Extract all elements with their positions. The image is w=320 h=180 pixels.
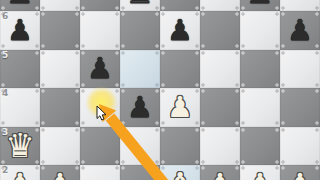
square-f7[interactable]	[200, 0, 240, 11]
square-g7[interactable]: ♜	[240, 0, 280, 11]
black-pawn-d4[interactable]: ♟	[127, 93, 153, 122]
square-g3[interactable]	[240, 127, 280, 166]
square-d7[interactable]: ♜	[120, 0, 160, 11]
square-e4[interactable]: ♟	[160, 88, 200, 127]
square-d4[interactable]: ♟	[120, 88, 160, 127]
square-g2[interactable]: ♟	[240, 165, 280, 180]
white-pawn-g2[interactable]: ♟	[247, 170, 273, 180]
square-b6[interactable]	[40, 11, 80, 50]
black-pawn-c5[interactable]: ♟	[87, 54, 113, 83]
square-c5[interactable]: ♟	[80, 50, 120, 89]
square-f5[interactable]	[200, 50, 240, 89]
square-e7[interactable]	[160, 0, 200, 11]
square-f2[interactable]: ♟	[200, 165, 240, 180]
square-h2[interactable]: ♟	[280, 165, 320, 180]
black-unknown-tall-piece-g7[interactable]: ♜	[245, 0, 275, 8]
black-pawn-a6[interactable]: ♟	[7, 16, 33, 45]
square-b7[interactable]	[40, 0, 80, 11]
square-a2[interactable]: 2♟	[0, 165, 40, 180]
square-h3[interactable]	[280, 127, 320, 166]
square-d6[interactable]	[120, 11, 160, 50]
black-pawn-e6[interactable]: ♟	[167, 16, 193, 45]
square-c3[interactable]	[80, 127, 120, 166]
white-pawn-e4[interactable]: ♟	[167, 93, 193, 122]
rank-label-2: 2	[2, 165, 8, 175]
black-pawn-h6[interactable]: ♟	[287, 16, 313, 45]
square-b2[interactable]: ♟	[40, 165, 80, 180]
black-unknown-tall-piece-d7[interactable]: ♜	[125, 0, 155, 8]
square-f6[interactable]	[200, 11, 240, 50]
chess-board-screenshot: ♜♜♜6♟♟♟5♟4♟♟3♛2♟♟♝♟♟♟	[0, 0, 320, 180]
square-h5[interactable]	[280, 50, 320, 89]
white-pawn-a2[interactable]: ♟	[7, 170, 33, 180]
white-bishop-e2[interactable]: ♝	[165, 168, 195, 180]
square-f4[interactable]	[200, 88, 240, 127]
rank-label-6: 6	[2, 11, 8, 21]
black-unknown-tall-piece-a7[interactable]: ♜	[5, 0, 35, 8]
rank-label-3: 3	[2, 127, 8, 137]
square-h7[interactable]	[280, 0, 320, 11]
square-a6[interactable]: 6♟	[0, 11, 40, 50]
square-a5[interactable]: 5	[0, 50, 40, 89]
square-d3[interactable]	[120, 127, 160, 166]
chess-board: ♜♜♜6♟♟♟5♟4♟♟3♛2♟♟♝♟♟♟	[0, 0, 320, 180]
square-c4[interactable]	[80, 88, 120, 127]
rank-label-4: 4	[2, 88, 8, 98]
square-h6[interactable]: ♟	[280, 11, 320, 50]
square-e5[interactable]	[160, 50, 200, 89]
square-c6[interactable]	[80, 11, 120, 50]
square-a7[interactable]: ♜	[0, 0, 40, 11]
square-h4[interactable]	[280, 88, 320, 127]
white-pawn-h2[interactable]: ♟	[287, 170, 313, 180]
white-pawn-f2[interactable]: ♟	[207, 170, 233, 180]
square-e2[interactable]: ♝	[160, 165, 200, 180]
square-g5[interactable]	[240, 50, 280, 89]
square-a4[interactable]: 4	[0, 88, 40, 127]
rank-label-5: 5	[2, 50, 8, 60]
square-f3[interactable]	[200, 127, 240, 166]
square-b4[interactable]	[40, 88, 80, 127]
square-e6[interactable]: ♟	[160, 11, 200, 50]
square-d2[interactable]	[120, 165, 160, 180]
square-e3[interactable]	[160, 127, 200, 166]
square-g6[interactable]	[240, 11, 280, 50]
white-queen-a3[interactable]: ♛	[5, 129, 35, 162]
square-c7[interactable]	[80, 0, 120, 11]
white-pawn-b2[interactable]: ♟	[47, 170, 73, 180]
square-b3[interactable]	[40, 127, 80, 166]
square-d5[interactable]	[120, 50, 160, 89]
square-g4[interactable]	[240, 88, 280, 127]
square-a3[interactable]: 3♛	[0, 127, 40, 166]
square-b5[interactable]	[40, 50, 80, 89]
square-c2[interactable]	[80, 165, 120, 180]
